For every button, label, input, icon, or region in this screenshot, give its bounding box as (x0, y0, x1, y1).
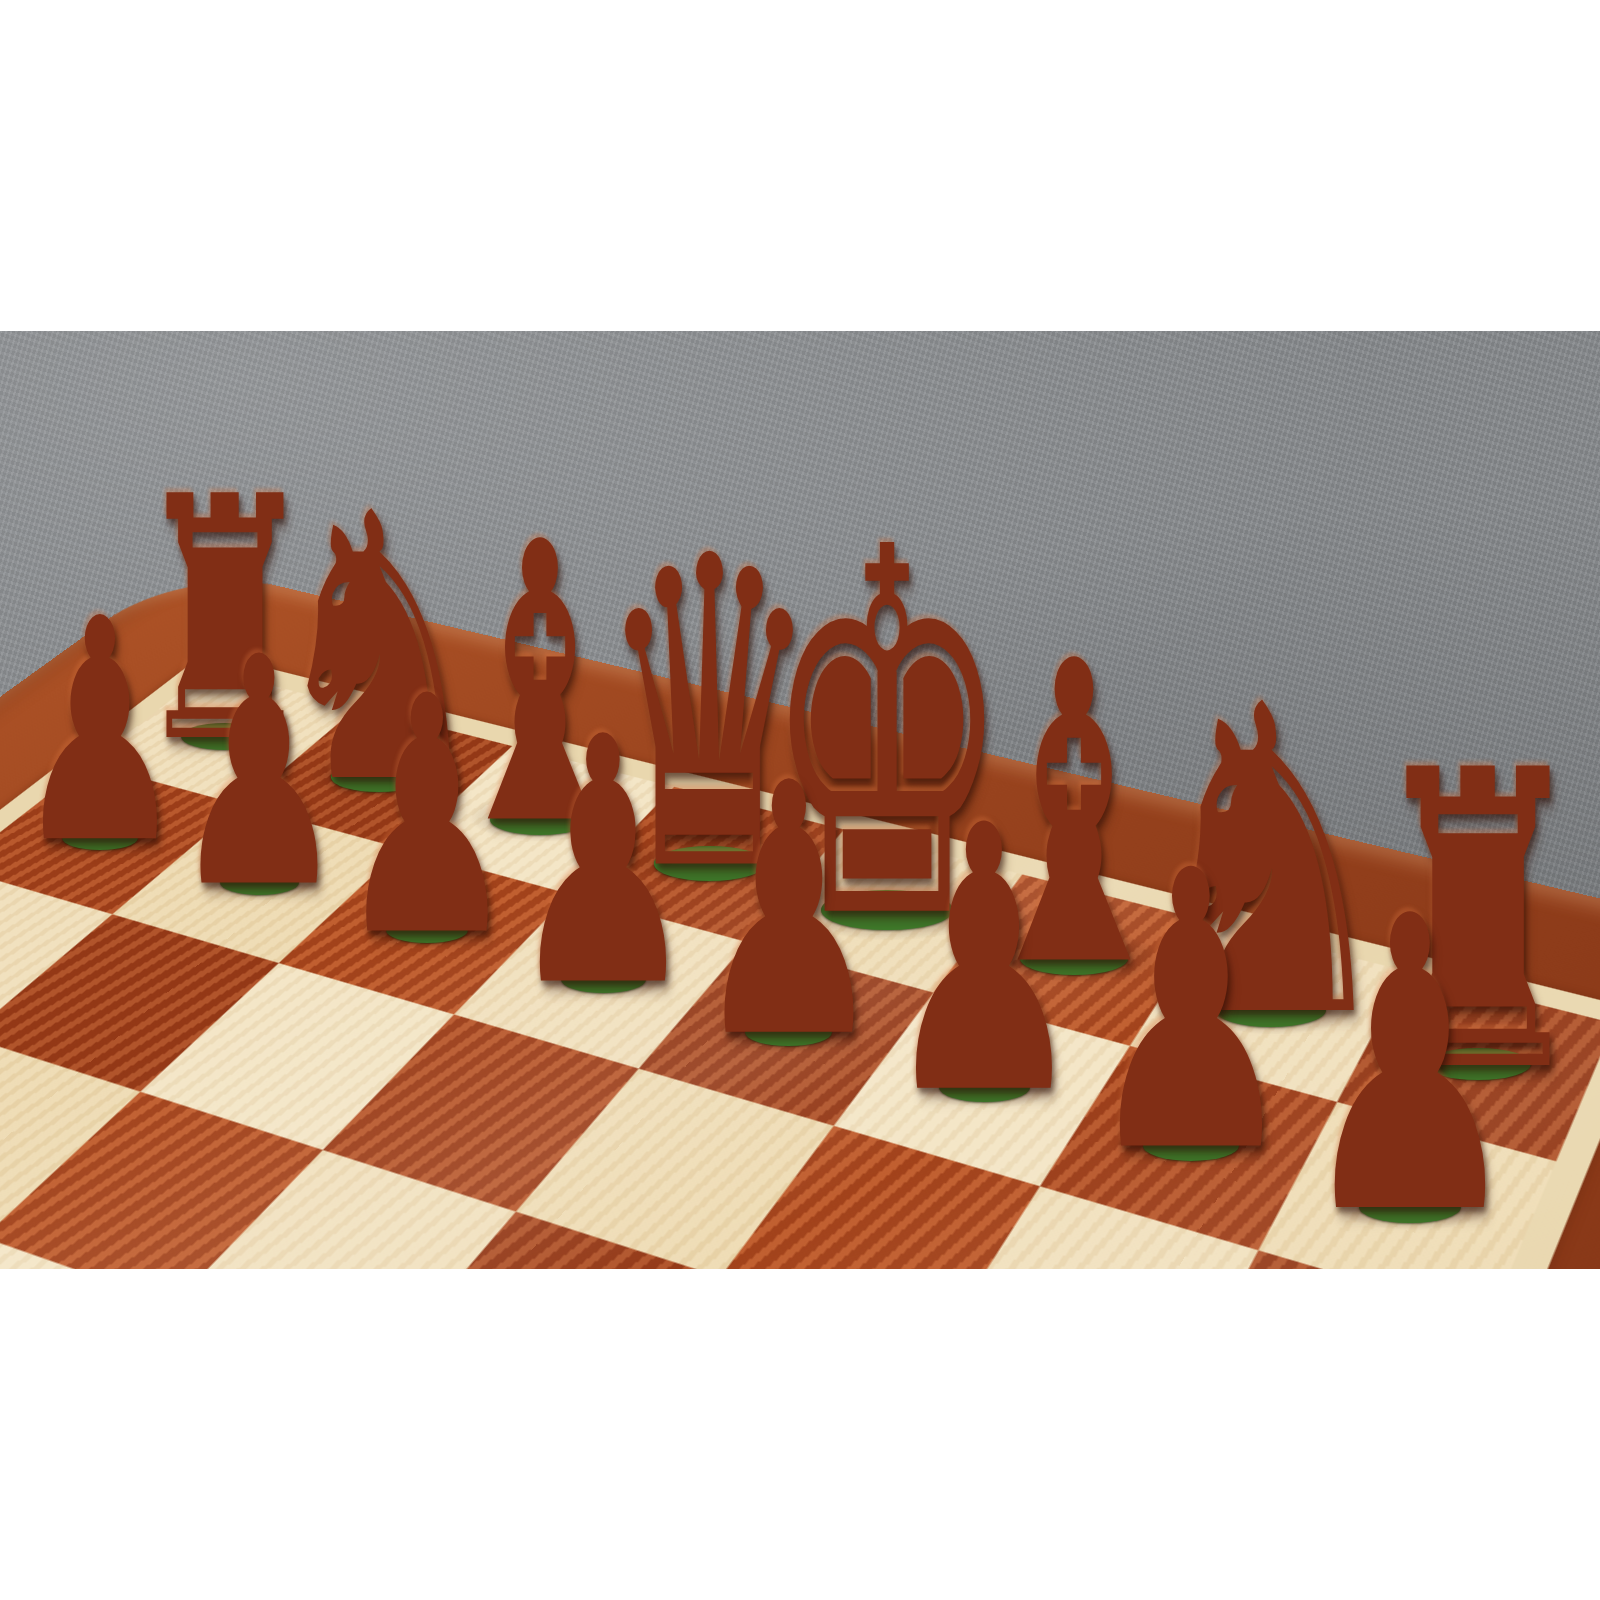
pieces-layer: ♜♞♝♟♛♟♚♟♝♟♞♟♜♟♟♟ (0, 331, 1600, 1269)
letterbox-top (0, 0, 1600, 331)
piece-black-pawn-c7: ♟ (336, 653, 518, 980)
piece-black-pawn-h7: ♟ (1297, 865, 1522, 1269)
piece-black-pawn-d7: ♟ (509, 692, 698, 1032)
product-photo-page: ♜♞♝♟♛♟♚♟♝♟♞♟♜♟♟♟ (0, 0, 1600, 1600)
chess-set-photo: ♜♞♝♟♛♟♚♟♝♟♞♟♜♟♟♟ (0, 331, 1600, 1269)
piece-black-pawn-a7: ♟ (15, 578, 186, 885)
piece-black-pawn-b7: ♟ (172, 616, 347, 931)
piece-black-pawn-f7: ♟ (883, 778, 1086, 1144)
piece-black-pawn-e7: ♟ (692, 739, 885, 1086)
piece-black-pawn-g7: ♟ (1085, 822, 1298, 1205)
letterbox-bottom (0, 1269, 1600, 1600)
